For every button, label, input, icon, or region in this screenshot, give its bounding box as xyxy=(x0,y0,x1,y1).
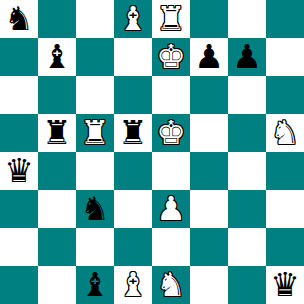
square-h1[interactable]: ♛ xyxy=(266,266,304,304)
square-h3[interactable] xyxy=(266,190,304,228)
white-king-icon: ♚ xyxy=(156,38,186,76)
square-b1[interactable] xyxy=(38,266,76,304)
square-h7[interactable] xyxy=(266,38,304,76)
square-g5[interactable] xyxy=(228,114,266,152)
black-bishop-icon: ♝ xyxy=(42,38,72,76)
square-d5[interactable]: ♜ xyxy=(114,114,152,152)
square-c4[interactable] xyxy=(76,152,114,190)
square-g7[interactable]: ♟ xyxy=(228,38,266,76)
square-e3[interactable]: ♟ xyxy=(152,190,190,228)
square-a4[interactable]: ♛ xyxy=(0,152,38,190)
square-g3[interactable] xyxy=(228,190,266,228)
square-g4[interactable] xyxy=(228,152,266,190)
square-b7[interactable]: ♝ xyxy=(38,38,76,76)
square-c3[interactable]: ♞ xyxy=(76,190,114,228)
square-g2[interactable] xyxy=(228,228,266,266)
square-e2[interactable] xyxy=(152,228,190,266)
white-bishop-icon: ♝ xyxy=(118,266,148,304)
square-f2[interactable] xyxy=(190,228,228,266)
square-g6[interactable] xyxy=(228,76,266,114)
square-h5[interactable]: ♞ xyxy=(266,114,304,152)
square-b6[interactable] xyxy=(38,76,76,114)
square-g1[interactable] xyxy=(228,266,266,304)
square-e5[interactable]: ♚ xyxy=(152,114,190,152)
square-a7[interactable] xyxy=(0,38,38,76)
black-pawn-icon: ♟ xyxy=(232,38,262,76)
white-king-icon: ♚ xyxy=(156,114,186,152)
square-d7[interactable] xyxy=(114,38,152,76)
square-a6[interactable] xyxy=(0,76,38,114)
square-a3[interactable] xyxy=(0,190,38,228)
square-f6[interactable] xyxy=(190,76,228,114)
square-e7[interactable]: ♚ xyxy=(152,38,190,76)
black-pawn-icon: ♟ xyxy=(194,38,224,76)
black-knight-icon: ♞ xyxy=(4,0,34,38)
square-b8[interactable] xyxy=(38,0,76,38)
black-rook-icon: ♜ xyxy=(42,114,72,152)
square-h4[interactable] xyxy=(266,152,304,190)
square-c8[interactable] xyxy=(76,0,114,38)
square-f7[interactable]: ♟ xyxy=(190,38,228,76)
square-f3[interactable] xyxy=(190,190,228,228)
square-b5[interactable]: ♜ xyxy=(38,114,76,152)
white-knight-icon: ♞ xyxy=(270,114,300,152)
white-knight-icon: ♞ xyxy=(156,266,186,304)
square-b2[interactable] xyxy=(38,228,76,266)
white-rook-icon: ♜ xyxy=(156,0,186,38)
square-f1[interactable] xyxy=(190,266,228,304)
black-queen-icon: ♛ xyxy=(270,266,300,304)
square-d1[interactable]: ♝ xyxy=(114,266,152,304)
black-knight-icon: ♞ xyxy=(80,190,110,228)
square-c1[interactable]: ♝ xyxy=(76,266,114,304)
square-d6[interactable] xyxy=(114,76,152,114)
square-b4[interactable] xyxy=(38,152,76,190)
square-e8[interactable]: ♜ xyxy=(152,0,190,38)
square-a5[interactable] xyxy=(0,114,38,152)
square-c2[interactable] xyxy=(76,228,114,266)
black-rook-icon: ♜ xyxy=(118,114,148,152)
square-a2[interactable] xyxy=(0,228,38,266)
black-queen-icon: ♛ xyxy=(4,152,34,190)
square-h2[interactable] xyxy=(266,228,304,266)
square-f5[interactable] xyxy=(190,114,228,152)
chess-board: ♞♝♜♝♚♟♟♜♜♜♚♞♛♞♟♝♝♞♛ xyxy=(0,0,304,304)
square-d4[interactable] xyxy=(114,152,152,190)
square-f4[interactable] xyxy=(190,152,228,190)
square-e1[interactable]: ♞ xyxy=(152,266,190,304)
square-g8[interactable] xyxy=(228,0,266,38)
square-d8[interactable]: ♝ xyxy=(114,0,152,38)
square-h8[interactable] xyxy=(266,0,304,38)
square-d3[interactable] xyxy=(114,190,152,228)
square-c6[interactable] xyxy=(76,76,114,114)
square-e6[interactable] xyxy=(152,76,190,114)
square-f8[interactable] xyxy=(190,0,228,38)
square-b3[interactable] xyxy=(38,190,76,228)
square-c7[interactable] xyxy=(76,38,114,76)
square-c5[interactable]: ♜ xyxy=(76,114,114,152)
square-a1[interactable] xyxy=(0,266,38,304)
white-pawn-icon: ♟ xyxy=(156,190,186,228)
square-h6[interactable] xyxy=(266,76,304,114)
square-d2[interactable] xyxy=(114,228,152,266)
black-bishop-icon: ♝ xyxy=(80,266,110,304)
square-e4[interactable] xyxy=(152,152,190,190)
white-rook-icon: ♜ xyxy=(80,114,110,152)
white-bishop-icon: ♝ xyxy=(118,0,148,38)
square-a8[interactable]: ♞ xyxy=(0,0,38,38)
